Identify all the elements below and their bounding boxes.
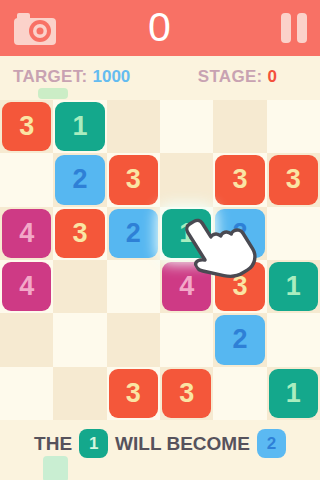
game-screen: 0 TARGET: 1000 STAGE: 0 3123334321244312… xyxy=(0,0,320,480)
hint-word-will-become: WILL BECOME xyxy=(115,433,250,455)
board-cell-r0c1: 1 xyxy=(53,100,106,153)
tile-3[interactable]: 3 xyxy=(269,155,318,204)
board-cell-r0c2 xyxy=(107,100,160,153)
hint-word-the: THE xyxy=(34,433,72,455)
stage-value: 0 xyxy=(268,67,277,87)
board-cell-r2c1: 3 xyxy=(53,207,106,260)
hud-row: TARGET: 1000 STAGE: 0 xyxy=(0,56,320,98)
score-value: 0 xyxy=(0,4,320,51)
mint-accent-bottom xyxy=(43,456,68,480)
board: 3123334321244312331 xyxy=(0,100,320,420)
board-cell-r5c1 xyxy=(53,367,106,420)
board-cell-r5c5: 1 xyxy=(267,367,320,420)
board-cell-r3c0: 4 xyxy=(0,260,53,313)
board-cell-r2c2: 2 xyxy=(107,207,160,260)
tile-3[interactable]: 3 xyxy=(109,155,158,204)
board-cell-r4c3 xyxy=(160,313,213,366)
board-cell-r1c0 xyxy=(0,153,53,206)
board-cell-r3c5: 1 xyxy=(267,260,320,313)
board-cell-r5c3: 3 xyxy=(160,367,213,420)
board-cell-r4c2 xyxy=(107,313,160,366)
board-cell-r0c0: 3 xyxy=(0,100,53,153)
target-group: TARGET: 1000 xyxy=(13,67,130,87)
board-cell-r0c4 xyxy=(213,100,266,153)
target-label: TARGET: xyxy=(13,67,88,87)
stage-group: STAGE: 0 xyxy=(198,67,277,87)
board-cell-r3c2 xyxy=(107,260,160,313)
board-cell-r1c2: 3 xyxy=(107,153,160,206)
tile-2[interactable]: 2 xyxy=(55,155,104,204)
tile-3[interactable]: 3 xyxy=(55,209,104,258)
top-bar: 0 xyxy=(0,0,320,56)
board-cell-r2c0: 4 xyxy=(0,207,53,260)
board-cell-r4c0 xyxy=(0,313,53,366)
hint-caption: THE 1 WILL BECOME 2 xyxy=(0,429,320,458)
board-cell-r0c3 xyxy=(160,100,213,153)
tile-4[interactable]: 4 xyxy=(2,209,51,258)
board-cell-r5c4 xyxy=(213,367,266,420)
board-cell-r1c3 xyxy=(160,153,213,206)
tile-1[interactable]: 1 xyxy=(55,102,104,151)
board-cell-r4c4: 2 xyxy=(213,313,266,366)
board-cell-r4c5 xyxy=(267,313,320,366)
target-value: 1000 xyxy=(93,67,131,87)
board-cell-r4c1 xyxy=(53,313,106,366)
hint-tile-to: 2 xyxy=(257,429,286,458)
tile-3[interactable]: 3 xyxy=(109,369,158,418)
tile-4[interactable]: 4 xyxy=(2,262,51,311)
board-cell-r1c1: 2 xyxy=(53,153,106,206)
board-cell-r2c5 xyxy=(267,207,320,260)
stage-label: STAGE: xyxy=(198,67,263,87)
board-cell-r5c0 xyxy=(0,367,53,420)
board-cell-r5c2: 3 xyxy=(107,367,160,420)
tile-3[interactable]: 3 xyxy=(162,369,211,418)
tile-3[interactable]: 3 xyxy=(2,102,51,151)
board-cell-r1c5: 3 xyxy=(267,153,320,206)
tile-2[interactable]: 2 xyxy=(109,209,158,258)
tile-2[interactable]: 2 xyxy=(215,315,264,364)
tile-1[interactable]: 1 xyxy=(269,369,318,418)
board-cell-r0c5 xyxy=(267,100,320,153)
tile-1[interactable]: 1 xyxy=(269,262,318,311)
hint-tile-from: 1 xyxy=(79,429,108,458)
board-cell-r3c1 xyxy=(53,260,106,313)
